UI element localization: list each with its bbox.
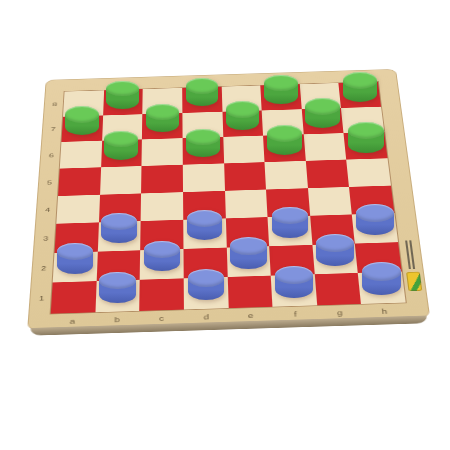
checker-blue-e2[interactable] [230,237,267,268]
checker-blue-g2[interactable] [316,234,354,266]
square-h5[interactable] [347,158,391,186]
checker-green-c7[interactable] [146,104,179,132]
checker-blue-a2[interactable] [57,243,94,274]
checker-top [275,266,313,284]
maker-logo [406,272,422,292]
checker-green-d6[interactable] [186,129,220,158]
checker-top [305,98,340,115]
square-a1[interactable] [51,281,97,313]
checker-top [65,106,99,122]
checker-green-b8[interactable] [106,81,139,109]
square-g1[interactable] [315,273,362,305]
checker-top [186,129,220,145]
square-g4[interactable] [308,187,352,216]
rank-label-2: 2 [35,253,53,283]
checker-blue-d1[interactable] [188,269,225,300]
checker-top [188,269,225,287]
square-e6[interactable] [223,136,265,164]
checker-blue-c2[interactable] [144,241,180,271]
checker-blue-b1[interactable] [99,272,136,303]
checker-top [230,237,267,255]
checker-blue-f1[interactable] [275,266,313,298]
square-a5[interactable] [58,167,101,196]
rank-label-5: 5 [41,169,58,197]
checker-blue-d3[interactable] [187,210,222,240]
square-c4[interactable] [141,192,183,221]
checker-green-h6[interactable] [348,122,384,152]
square-g6[interactable] [304,133,347,161]
checker-green-d8[interactable] [186,78,219,106]
square-c5[interactable] [141,165,183,193]
checker-blue-b3[interactable] [101,213,137,243]
rank-label-3: 3 [37,224,54,253]
square-d5[interactable] [183,163,225,191]
rank-label-7: 7 [45,117,61,143]
checker-green-a7[interactable] [65,106,99,135]
checker-blue-f3[interactable] [272,207,309,238]
square-b5[interactable] [100,166,142,194]
rank-label-4: 4 [39,196,56,225]
square-a4[interactable] [56,194,99,223]
rank-label-6: 6 [43,142,59,169]
checker-top [144,241,180,258]
square-e4[interactable] [225,189,268,218]
scene: abcdefgh 87654321 [0,0,450,450]
square-e1[interactable] [227,276,272,308]
checker-blue-h1[interactable] [362,262,401,295]
maker-small-print [403,240,417,269]
checker-green-f6[interactable] [267,125,302,155]
checker-top [362,262,401,281]
square-e5[interactable] [224,162,266,190]
checker-top [101,213,137,230]
square-c6[interactable] [142,138,183,166]
square-a6[interactable] [60,141,102,169]
checker-top [226,101,260,117]
checker-top [343,72,378,89]
rank-label-8: 8 [47,92,63,117]
checker-green-g7[interactable] [305,98,340,128]
checker-green-h8[interactable] [343,72,378,101]
checker-top [186,78,219,94]
checker-blue-h3[interactable] [356,204,394,236]
checker-green-b6[interactable] [104,131,138,160]
square-g5[interactable] [306,159,350,187]
checkers-board: abcdefgh 87654321 [31,0,418,384]
checker-top [267,125,302,142]
square-f5[interactable] [265,161,308,189]
checker-green-e7[interactable] [226,101,260,130]
checker-top [356,204,394,222]
checker-green-f8[interactable] [264,75,298,104]
rank-label-1: 1 [33,283,51,314]
square-c1[interactable] [139,279,183,311]
